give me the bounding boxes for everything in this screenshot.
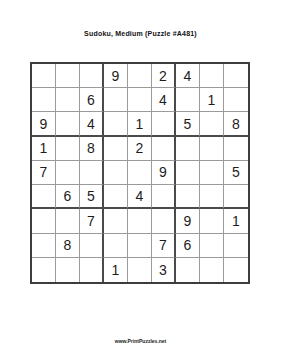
- sudoku-cell-given: 4: [152, 88, 176, 112]
- sudoku-cell-empty: [224, 64, 248, 88]
- sudoku-cell-given: 5: [224, 161, 248, 185]
- sudoku-cell-empty: [80, 234, 104, 258]
- sudoku-cell-empty: [152, 112, 176, 136]
- sudoku-cell-empty: [200, 185, 224, 209]
- sudoku-cell-given: 8: [224, 112, 248, 136]
- sudoku-cell-given: 9: [176, 209, 200, 233]
- sudoku-cell-empty: [104, 209, 128, 233]
- sudoku-cell-empty: [176, 258, 200, 282]
- sudoku-cell-empty: [56, 88, 80, 112]
- sudoku-cell-empty: [128, 161, 152, 185]
- sudoku-cell-empty: [200, 234, 224, 258]
- sudoku-cell-empty: [152, 209, 176, 233]
- sudoku-cell-empty: [104, 88, 128, 112]
- sudoku-cell-given: 6: [80, 88, 104, 112]
- sudoku-cell-empty: [80, 64, 104, 88]
- sudoku-cell-given: 4: [80, 112, 104, 136]
- sudoku-cell-empty: [32, 209, 56, 233]
- sudoku-cell-empty: [56, 137, 80, 161]
- sudoku-cell-given: 1: [104, 258, 128, 282]
- sudoku-cell-empty: [80, 258, 104, 282]
- sudoku-cell-given: 7: [152, 234, 176, 258]
- sudoku-cell-empty: [176, 161, 200, 185]
- sudoku-cell-empty: [32, 185, 56, 209]
- sudoku-cell-given: 6: [176, 234, 200, 258]
- sudoku-cell-given: 6: [56, 185, 80, 209]
- sudoku-cell-given: 1: [32, 137, 56, 161]
- sudoku-cell-empty: [104, 234, 128, 258]
- sudoku-cell-empty: [200, 64, 224, 88]
- sudoku-cell-given: 9: [152, 161, 176, 185]
- sudoku-cell-given: 9: [104, 64, 128, 88]
- sudoku-cell-given: 1: [200, 88, 224, 112]
- sudoku-cell-empty: [176, 185, 200, 209]
- sudoku-cell-empty: [32, 258, 56, 282]
- sudoku-cell-given: 4: [176, 64, 200, 88]
- sudoku-cell-empty: [104, 161, 128, 185]
- sudoku-cell-empty: [32, 234, 56, 258]
- sudoku-board: 9246419415818279565479187613: [30, 62, 250, 284]
- sudoku-cell-empty: [224, 185, 248, 209]
- sudoku-cell-given: 2: [152, 64, 176, 88]
- sudoku-cell-empty: [56, 161, 80, 185]
- footer-site-url: www.PrintPuzzles.net: [0, 338, 281, 344]
- page-title: Sudoku, Medium (Puzzle #A481): [0, 30, 281, 37]
- sudoku-cell-given: 1: [128, 112, 152, 136]
- sudoku-cell-empty: [56, 64, 80, 88]
- sudoku-cell-empty: [200, 209, 224, 233]
- sudoku-cell-empty: [56, 209, 80, 233]
- sudoku-cell-given: 9: [32, 112, 56, 136]
- sudoku-cell-empty: [176, 137, 200, 161]
- sudoku-cell-empty: [152, 185, 176, 209]
- sudoku-cell-given: 7: [80, 209, 104, 233]
- sudoku-cell-empty: [128, 88, 152, 112]
- sudoku-cell-empty: [32, 64, 56, 88]
- sudoku-cell-empty: [224, 88, 248, 112]
- sudoku-cell-empty: [224, 234, 248, 258]
- sudoku-cell-empty: [128, 258, 152, 282]
- sudoku-cell-given: 8: [56, 234, 80, 258]
- sudoku-cell-empty: [200, 112, 224, 136]
- sudoku-cell-empty: [56, 112, 80, 136]
- sudoku-cell-empty: [176, 88, 200, 112]
- sudoku-cell-empty: [200, 161, 224, 185]
- sudoku-cell-given: 3: [152, 258, 176, 282]
- sudoku-cell-empty: [80, 161, 104, 185]
- sudoku-cell-empty: [200, 258, 224, 282]
- sudoku-cell-empty: [128, 234, 152, 258]
- sudoku-cell-given: 4: [128, 185, 152, 209]
- sudoku-cell-empty: [200, 137, 224, 161]
- sudoku-cell-given: 8: [80, 137, 104, 161]
- sudoku-cell-empty: [224, 258, 248, 282]
- sudoku-cell-empty: [128, 209, 152, 233]
- sudoku-cell-given: 5: [80, 185, 104, 209]
- sudoku-cell-given: 2: [128, 137, 152, 161]
- sudoku-cell-empty: [104, 185, 128, 209]
- sudoku-cell-empty: [152, 137, 176, 161]
- sudoku-cell-empty: [104, 112, 128, 136]
- sudoku-cell-empty: [56, 258, 80, 282]
- sudoku-cell-given: 1: [224, 209, 248, 233]
- sudoku-cell-empty: [104, 137, 128, 161]
- sudoku-cell-empty: [224, 137, 248, 161]
- sudoku-cell-given: 5: [176, 112, 200, 136]
- sudoku-cell-empty: [128, 64, 152, 88]
- sudoku-cell-empty: [32, 88, 56, 112]
- sudoku-cell-given: 7: [32, 161, 56, 185]
